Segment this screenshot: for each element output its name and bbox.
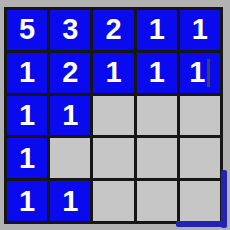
cell-r4c2[interactable] <box>50 138 90 178</box>
cell-r2c5[interactable]: 1 <box>180 53 220 93</box>
cell-r2c3[interactable]: 1 <box>93 53 133 93</box>
cell-value: 1 <box>149 56 165 89</box>
cell-value: 1 <box>149 13 165 46</box>
cell-r2c4[interactable]: 1 <box>137 53 177 93</box>
cell-r3c3[interactable] <box>93 96 133 136</box>
selection-corner-indicator-vertical <box>221 170 227 228</box>
cell-r1c2[interactable]: 3 <box>50 10 90 50</box>
cell-value: 1 <box>19 99 35 132</box>
cell-r4c5[interactable] <box>180 138 220 178</box>
cell-r4c4[interactable] <box>137 138 177 178</box>
cell-value: 1 <box>192 13 208 46</box>
cell-r5c1[interactable]: 1 <box>7 181 47 221</box>
cell-r5c5[interactable] <box>180 181 220 221</box>
cell-r3c1[interactable]: 1 <box>7 96 47 136</box>
cell-r3c2[interactable]: 1 <box>50 96 90 136</box>
text-caret <box>207 59 210 87</box>
cell-r1c1[interactable]: 5 <box>7 10 47 50</box>
puzzle-board: 532111211111111 <box>4 7 223 224</box>
cell-value: 1 <box>105 56 121 89</box>
cell-value: 3 <box>62 13 78 46</box>
cell-r4c1[interactable]: 1 <box>7 138 47 178</box>
cell-value: 1 <box>19 56 35 89</box>
cell-value: 1 <box>62 185 78 218</box>
cell-r1c4[interactable]: 1 <box>137 10 177 50</box>
cell-value: 2 <box>62 56 78 89</box>
cell-value: 1 <box>62 99 78 132</box>
cell-r4c3[interactable] <box>93 138 133 178</box>
cell-r5c4[interactable] <box>137 181 177 221</box>
cell-value: 1 <box>19 142 35 175</box>
cell-r2c2[interactable]: 2 <box>50 53 90 93</box>
cell-value: 2 <box>105 13 121 46</box>
selection-corner-indicator-horizontal <box>176 221 227 227</box>
cell-r5c3[interactable] <box>93 181 133 221</box>
cell-value: 1 <box>19 185 35 218</box>
cell-value: 1 <box>189 56 205 89</box>
cell-r1c5[interactable]: 1 <box>180 10 220 50</box>
cell-r1c3[interactable]: 2 <box>93 10 133 50</box>
cell-r3c4[interactable] <box>137 96 177 136</box>
cell-r5c2[interactable]: 1 <box>50 181 90 221</box>
cell-value: 5 <box>19 13 35 46</box>
cell-r3c5[interactable] <box>180 96 220 136</box>
cell-r2c1[interactable]: 1 <box>7 53 47 93</box>
